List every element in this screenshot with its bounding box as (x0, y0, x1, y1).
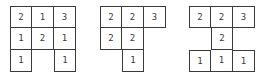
puzzle-grid-3: 2232111 (189, 6, 255, 72)
grid-cell: 1 (32, 6, 54, 28)
grid-cell: 1 (54, 28, 76, 50)
grid-cell: 2 (10, 6, 32, 28)
grid-cell-empty (100, 50, 122, 72)
grid-cell-empty (233, 28, 255, 50)
grid-cell: 3 (144, 6, 166, 28)
grid-cell: 3 (233, 6, 255, 28)
grid-cell-empty (144, 28, 166, 50)
grid-cell: 2 (100, 28, 122, 50)
grid-cell: 1 (10, 50, 32, 72)
grid-cell: 2 (211, 6, 233, 28)
grid-cell: 2 (211, 28, 233, 50)
grid-cell-empty (32, 50, 54, 72)
puzzle-grid-2: 223221 (100, 6, 166, 72)
grid-cell: 2 (100, 6, 122, 28)
grid-cell: 1 (54, 50, 76, 72)
grid-cell: 1 (10, 28, 32, 50)
grid-cell: 2 (189, 6, 211, 28)
grid-cell: 1 (189, 50, 211, 72)
grid-cell: 1 (233, 50, 255, 72)
puzzle-canvas: 21312111 223221 2232111 (0, 0, 265, 75)
grid-cell: 2 (122, 28, 144, 50)
puzzle-grid-1: 21312111 (10, 6, 76, 72)
grid-cell: 1 (211, 50, 233, 72)
grid-cell: 1 (122, 50, 144, 72)
grid-cell: 2 (32, 28, 54, 50)
grid-cell: 2 (122, 6, 144, 28)
grid-cell-empty (144, 50, 166, 72)
grid-cell-empty (189, 28, 211, 50)
grid-cell: 3 (54, 6, 76, 28)
